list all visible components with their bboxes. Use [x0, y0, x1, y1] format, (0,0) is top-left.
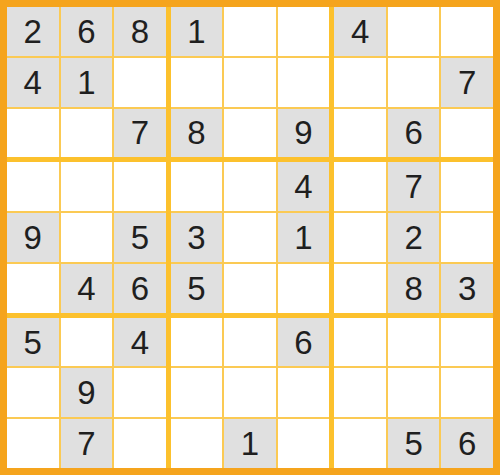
cell-r4c3[interactable]	[114, 162, 166, 211]
sudoku-box-1: 268417	[7, 7, 166, 157]
cell-r3c5[interactable]	[224, 109, 276, 158]
sudoku-board: 26841718947695464315728354976156	[0, 0, 500, 475]
cell-r4c5[interactable]	[224, 162, 276, 211]
cell-r9c9: 6	[441, 419, 493, 468]
cell-r7c9[interactable]	[441, 318, 493, 367]
cell-r9c7[interactable]	[334, 419, 386, 468]
cell-r6c2: 4	[61, 264, 113, 313]
cell-r8c3[interactable]	[114, 368, 166, 417]
cell-r8c2: 9	[61, 368, 113, 417]
sudoku-box-3: 476	[334, 7, 493, 157]
cell-r4c1[interactable]	[7, 162, 59, 211]
cell-r3c4: 8	[171, 109, 223, 158]
cell-r2c7[interactable]	[334, 58, 386, 107]
cell-r1c7: 4	[334, 7, 386, 56]
cell-r8c1[interactable]	[7, 368, 59, 417]
cell-r3c2[interactable]	[61, 109, 113, 158]
cell-r1c8[interactable]	[388, 7, 440, 56]
cell-r7c4[interactable]	[171, 318, 223, 367]
cell-r6c3: 6	[114, 264, 166, 313]
cell-r1c5[interactable]	[224, 7, 276, 56]
cell-r6c5[interactable]	[224, 264, 276, 313]
cell-r7c8[interactable]	[388, 318, 440, 367]
cell-r9c4[interactable]	[171, 419, 223, 468]
cell-r8c9[interactable]	[441, 368, 493, 417]
cell-r6c9: 3	[441, 264, 493, 313]
cell-r2c4[interactable]	[171, 58, 223, 107]
sudoku-box-2: 189	[171, 7, 330, 157]
cell-r4c9[interactable]	[441, 162, 493, 211]
cell-r7c7[interactable]	[334, 318, 386, 367]
cell-r8c7[interactable]	[334, 368, 386, 417]
cell-r3c3: 7	[114, 109, 166, 158]
cell-r5c9[interactable]	[441, 213, 493, 262]
cell-r2c5[interactable]	[224, 58, 276, 107]
sudoku-box-5: 4315	[171, 162, 330, 312]
cell-r4c6: 4	[278, 162, 330, 211]
cell-r4c4[interactable]	[171, 162, 223, 211]
cell-r8c8[interactable]	[388, 368, 440, 417]
cell-r5c4: 3	[171, 213, 223, 262]
cell-r2c2: 1	[61, 58, 113, 107]
cell-r6c4: 5	[171, 264, 223, 313]
cell-r2c1: 4	[7, 58, 59, 107]
cell-r8c5[interactable]	[224, 368, 276, 417]
cell-r5c3: 5	[114, 213, 166, 262]
cell-r7c3: 4	[114, 318, 166, 367]
cell-r1c9[interactable]	[441, 7, 493, 56]
cell-r3c8: 6	[388, 109, 440, 158]
cell-r3c1[interactable]	[7, 109, 59, 158]
cell-r6c7[interactable]	[334, 264, 386, 313]
cell-r9c1[interactable]	[7, 419, 59, 468]
cell-r2c8[interactable]	[388, 58, 440, 107]
cell-r5c1: 9	[7, 213, 59, 262]
sudoku-box-7: 5497	[7, 318, 166, 468]
cell-r1c6[interactable]	[278, 7, 330, 56]
cell-r8c4[interactable]	[171, 368, 223, 417]
cell-r7c5[interactable]	[224, 318, 276, 367]
sudoku-box-8: 61	[171, 318, 330, 468]
cell-r9c8: 5	[388, 419, 440, 468]
cell-r7c2[interactable]	[61, 318, 113, 367]
cell-r2c6[interactable]	[278, 58, 330, 107]
cell-r3c9[interactable]	[441, 109, 493, 158]
cell-r2c3[interactable]	[114, 58, 166, 107]
cell-r3c6: 9	[278, 109, 330, 158]
sudoku-box-6: 7283	[334, 162, 493, 312]
cell-r3c7[interactable]	[334, 109, 386, 158]
cell-r4c2[interactable]	[61, 162, 113, 211]
cell-r6c6[interactable]	[278, 264, 330, 313]
cell-r5c6: 1	[278, 213, 330, 262]
cell-r1c3: 8	[114, 7, 166, 56]
cell-r9c2: 7	[61, 419, 113, 468]
cell-r9c3[interactable]	[114, 419, 166, 468]
cell-r6c1[interactable]	[7, 264, 59, 313]
sudoku-box-9: 56	[334, 318, 493, 468]
cell-r1c2: 6	[61, 7, 113, 56]
cell-r4c8: 7	[388, 162, 440, 211]
cell-r5c7[interactable]	[334, 213, 386, 262]
cell-r5c2[interactable]	[61, 213, 113, 262]
cell-r4c7[interactable]	[334, 162, 386, 211]
cell-r9c5: 1	[224, 419, 276, 468]
cell-r1c4: 1	[171, 7, 223, 56]
cell-r5c8: 2	[388, 213, 440, 262]
cell-r7c1: 5	[7, 318, 59, 367]
cell-r6c8: 8	[388, 264, 440, 313]
cell-r1c1: 2	[7, 7, 59, 56]
cell-r9c6[interactable]	[278, 419, 330, 468]
cell-r2c9: 7	[441, 58, 493, 107]
sudoku-box-4: 9546	[7, 162, 166, 312]
cell-r7c6: 6	[278, 318, 330, 367]
cell-r5c5[interactable]	[224, 213, 276, 262]
cell-r8c6[interactable]	[278, 368, 330, 417]
